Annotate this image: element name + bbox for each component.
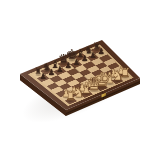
piece-white-king-e1: ♚ xyxy=(93,70,110,89)
piece-black-pawn-g7: ♟ xyxy=(89,51,96,59)
piece-white-pawn-g2: ♟ xyxy=(109,68,118,78)
piece-white-pawn-c2: ♟ xyxy=(78,81,87,91)
piece-black-rook-h8: ♜ xyxy=(93,42,101,51)
piece-white-pawn-e2: ♟ xyxy=(93,75,102,85)
piece-white-bishop-c1: ♝ xyxy=(80,81,94,96)
product-photo: ♜♞♝♛♚♝♞♜♟♟♟♟♟♟♟♟♟♟♟♟♟♟♟♟♜♞♝♛♚♝♞♜ xyxy=(0,0,152,152)
piece-white-rook-a1: ♜ xyxy=(65,90,76,103)
piece-black-pawn-a7: ♟ xyxy=(39,71,46,79)
piece-white-pawn-b2: ♟ xyxy=(70,85,79,95)
piece-white-queen-d1: ♛ xyxy=(86,75,102,93)
piece-white-bishop-f1: ♝ xyxy=(103,71,117,86)
piece-black-pawn-h7: ♟ xyxy=(97,47,104,55)
piece-black-pawn-b7: ♟ xyxy=(48,68,55,76)
piece-black-king-e8: ♚ xyxy=(66,49,78,63)
piece-black-bishop-f8: ♝ xyxy=(76,48,86,59)
piece-black-bishop-c8: ♝ xyxy=(50,58,60,69)
piece-black-pawn-d7: ♟ xyxy=(65,61,72,69)
piece-white-pawn-d2: ♟ xyxy=(85,78,94,88)
piece-black-rook-a8: ♜ xyxy=(34,67,42,76)
piece-black-knight-b8: ♞ xyxy=(42,62,51,72)
piece-white-knight-g1: ♞ xyxy=(111,69,123,83)
piece-black-queen-d8: ♛ xyxy=(58,53,69,65)
piece-black-knight-g8: ♞ xyxy=(84,45,93,55)
piece-black-pawn-e7: ♟ xyxy=(73,57,80,65)
piece-white-pawn-h2: ♟ xyxy=(117,65,126,75)
piece-white-knight-b1: ♞ xyxy=(72,85,84,99)
pieces-layer: ♜♞♝♛♚♝♞♜♟♟♟♟♟♟♟♟♟♟♟♟♟♟♟♟♜♞♝♛♚♝♞♜ xyxy=(0,0,152,152)
piece-black-pawn-c7: ♟ xyxy=(56,64,63,72)
piece-white-rook-h1: ♜ xyxy=(119,66,130,79)
piece-black-pawn-f7: ♟ xyxy=(81,54,88,62)
piece-white-pawn-a2: ♟ xyxy=(62,88,71,98)
piece-white-pawn-f2: ♟ xyxy=(101,71,110,81)
